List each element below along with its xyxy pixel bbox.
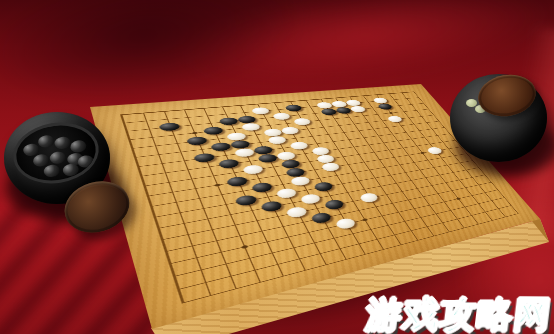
stone-black — [259, 200, 283, 213]
stone-white — [279, 126, 299, 135]
stone-black — [202, 126, 224, 135]
stone-white — [288, 141, 309, 150]
bowl-black-stone — [69, 139, 87, 153]
stone-black — [323, 198, 345, 210]
stone-black — [309, 211, 332, 224]
bowl-black-stone — [62, 163, 80, 177]
photo-scene: 游戏攻略网 — [0, 0, 554, 334]
stone-white — [284, 206, 308, 219]
stone-white — [274, 187, 297, 199]
stone-white — [250, 107, 270, 115]
stone-white — [299, 193, 322, 205]
bowl-black-stone — [49, 151, 67, 165]
stone-white — [320, 162, 341, 172]
stone-white — [241, 164, 264, 175]
stone-white — [271, 112, 291, 120]
stone-black — [250, 181, 273, 193]
stone-black — [192, 152, 215, 163]
stone-black — [312, 181, 334, 192]
stone-black — [157, 122, 180, 131]
stone-black — [209, 142, 232, 152]
stone-white — [233, 147, 255, 157]
stone-white — [240, 122, 261, 131]
stone-white — [266, 135, 287, 144]
stone-black — [218, 117, 239, 126]
stone-black — [376, 103, 393, 110]
stone-black — [225, 176, 249, 188]
stone-white — [289, 175, 311, 186]
stone-white — [386, 115, 403, 122]
bowl-black-stone — [54, 136, 72, 150]
stone-white — [334, 217, 357, 230]
stone-black — [284, 104, 303, 112]
bowl-black-stone — [77, 154, 95, 168]
stone-white — [358, 192, 379, 203]
watermark-text: 游戏攻略网 — [364, 297, 553, 333]
stone-white — [292, 117, 312, 125]
bowl-black-stone — [37, 134, 55, 148]
stone-black — [233, 194, 257, 207]
bowl-black-stone — [43, 164, 61, 178]
bowl-opening-black-stones — [9, 117, 103, 190]
stone-black — [256, 153, 278, 163]
stone-white — [425, 146, 443, 155]
stone-black — [185, 136, 208, 146]
stone-black — [217, 158, 240, 169]
